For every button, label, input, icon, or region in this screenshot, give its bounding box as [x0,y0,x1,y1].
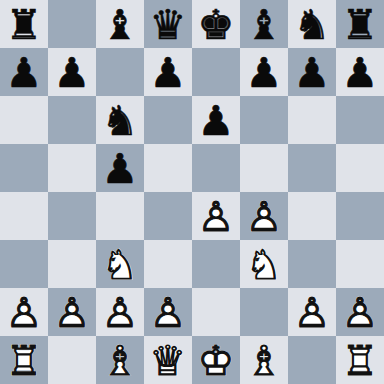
white-pawn[interactable]: ♟♙ [48,288,96,336]
piece-glyph: ♟ [336,48,384,96]
square-e5[interactable] [192,144,240,192]
chess-board: ♜♝♛♚♝♞♜♟♟♟♟♟♟♞♟♟♟♙♟♙♞♘♞♘♟♙♟♙♟♙♟♙♟♙♟♙♜♖♝♗… [0,0,384,384]
black-queen[interactable]: ♛ [144,0,192,48]
square-e6[interactable]: ♟ [192,96,240,144]
black-pawn[interactable]: ♟ [288,48,336,96]
square-e3[interactable] [192,240,240,288]
black-pawn[interactable]: ♟ [96,144,144,192]
square-b6[interactable] [48,96,96,144]
piece-glyph-detail: ♙ [336,288,384,336]
square-e4[interactable]: ♟♙ [192,192,240,240]
piece-glyph: ♜ [336,0,384,48]
square-h8[interactable]: ♜ [336,0,384,48]
piece-glyph: ♟ [0,48,48,96]
square-d6[interactable] [144,96,192,144]
piece-glyph: ♟ [96,144,144,192]
white-king[interactable]: ♚♔ [192,336,240,384]
square-c6[interactable]: ♞ [96,96,144,144]
square-e1[interactable]: ♚♔ [192,336,240,384]
white-rook[interactable]: ♜♖ [0,336,48,384]
square-b3[interactable] [48,240,96,288]
square-g6[interactable] [288,96,336,144]
piece-glyph-detail: ♔ [192,336,240,384]
square-h6[interactable] [336,96,384,144]
black-knight[interactable]: ♞ [96,96,144,144]
square-d5[interactable] [144,144,192,192]
square-c4[interactable] [96,192,144,240]
piece-glyph-detail: ♙ [288,288,336,336]
piece-glyph: ♞ [288,0,336,48]
white-pawn[interactable]: ♟♙ [288,288,336,336]
piece-glyph-detail: ♖ [0,336,48,384]
square-c7[interactable] [96,48,144,96]
black-rook[interactable]: ♜ [336,0,384,48]
piece-glyph: ♜ [0,0,48,48]
square-d7[interactable]: ♟ [144,48,192,96]
piece-glyph: ♛ [144,0,192,48]
square-g8[interactable]: ♞ [288,0,336,48]
piece-glyph-detail: ♙ [48,288,96,336]
square-g3[interactable] [288,240,336,288]
square-e2[interactable] [192,288,240,336]
white-knight[interactable]: ♞♘ [96,240,144,288]
piece-glyph: ♟ [192,96,240,144]
square-d3[interactable] [144,240,192,288]
square-f3[interactable]: ♞♘ [240,240,288,288]
square-d2[interactable]: ♟♙ [144,288,192,336]
square-h1[interactable]: ♜♖ [336,336,384,384]
black-knight[interactable]: ♞ [288,0,336,48]
square-f2[interactable] [240,288,288,336]
piece-glyph-detail: ♘ [96,240,144,288]
piece-glyph-detail: ♘ [240,240,288,288]
square-h7[interactable]: ♟ [336,48,384,96]
square-a6[interactable] [0,96,48,144]
white-pawn[interactable]: ♟♙ [192,192,240,240]
white-pawn[interactable]: ♟♙ [96,288,144,336]
square-c8[interactable]: ♝ [96,0,144,48]
piece-glyph: ♟ [48,48,96,96]
square-h3[interactable] [336,240,384,288]
piece-glyph: ♚ [192,0,240,48]
square-c3[interactable]: ♞♘ [96,240,144,288]
square-h2[interactable]: ♟♙ [336,288,384,336]
black-rook[interactable]: ♜ [0,0,48,48]
square-h4[interactable] [336,192,384,240]
square-g2[interactable]: ♟♙ [288,288,336,336]
white-knight[interactable]: ♞♘ [240,240,288,288]
piece-glyph-detail: ♙ [96,288,144,336]
square-b7[interactable]: ♟ [48,48,96,96]
piece-glyph-detail: ♗ [96,336,144,384]
square-h5[interactable] [336,144,384,192]
square-b1[interactable] [48,336,96,384]
square-b4[interactable] [48,192,96,240]
white-queen[interactable]: ♛♕ [144,336,192,384]
black-king[interactable]: ♚ [192,0,240,48]
piece-glyph: ♝ [96,0,144,48]
piece-glyph: ♞ [96,96,144,144]
square-f6[interactable] [240,96,288,144]
square-a5[interactable] [0,144,48,192]
piece-glyph: ♟ [288,48,336,96]
black-pawn[interactable]: ♟ [0,48,48,96]
white-rook[interactable]: ♜♖ [336,336,384,384]
square-f5[interactable] [240,144,288,192]
piece-glyph-detail: ♙ [144,288,192,336]
square-c2[interactable]: ♟♙ [96,288,144,336]
white-pawn[interactable]: ♟♙ [336,288,384,336]
black-pawn[interactable]: ♟ [144,48,192,96]
piece-glyph: ♟ [240,48,288,96]
piece-glyph-detail: ♗ [240,336,288,384]
white-pawn[interactable]: ♟♙ [240,192,288,240]
piece-glyph-detail: ♙ [192,192,240,240]
square-g5[interactable] [288,144,336,192]
square-c5[interactable]: ♟ [96,144,144,192]
piece-glyph-detail: ♕ [144,336,192,384]
square-g4[interactable] [288,192,336,240]
square-a3[interactable] [0,240,48,288]
square-c1[interactable]: ♝♗ [96,336,144,384]
black-pawn[interactable]: ♟ [336,48,384,96]
square-e7[interactable] [192,48,240,96]
piece-glyph: ♟ [144,48,192,96]
square-b8[interactable] [48,0,96,48]
black-bishop[interactable]: ♝ [96,0,144,48]
square-e8[interactable]: ♚ [192,0,240,48]
white-pawn[interactable]: ♟♙ [0,288,48,336]
black-bishop[interactable]: ♝ [240,0,288,48]
square-a8[interactable]: ♜ [0,0,48,48]
square-f1[interactable]: ♝♗ [240,336,288,384]
chess-board-container: ♜♝♛♚♝♞♜♟♟♟♟♟♟♞♟♟♟♙♟♙♞♘♞♘♟♙♟♙♟♙♟♙♟♙♟♙♜♖♝♗… [0,0,384,384]
square-d8[interactable]: ♛ [144,0,192,48]
white-bishop[interactable]: ♝♗ [240,336,288,384]
square-a1[interactable]: ♜♖ [0,336,48,384]
black-pawn[interactable]: ♟ [240,48,288,96]
square-g7[interactable]: ♟ [288,48,336,96]
white-bishop[interactable]: ♝♗ [96,336,144,384]
square-f7[interactable]: ♟ [240,48,288,96]
black-pawn[interactable]: ♟ [192,96,240,144]
piece-glyph-detail: ♖ [336,336,384,384]
square-f4[interactable]: ♟♙ [240,192,288,240]
white-pawn[interactable]: ♟♙ [144,288,192,336]
piece-glyph: ♝ [240,0,288,48]
square-b2[interactable]: ♟♙ [48,288,96,336]
square-d4[interactable] [144,192,192,240]
square-d1[interactable]: ♛♕ [144,336,192,384]
square-a2[interactable]: ♟♙ [0,288,48,336]
square-a4[interactable] [0,192,48,240]
piece-glyph-detail: ♙ [240,192,288,240]
piece-glyph-detail: ♙ [0,288,48,336]
square-a7[interactable]: ♟ [0,48,48,96]
square-g1[interactable] [288,336,336,384]
square-b5[interactable] [48,144,96,192]
black-pawn[interactable]: ♟ [48,48,96,96]
square-f8[interactable]: ♝ [240,0,288,48]
